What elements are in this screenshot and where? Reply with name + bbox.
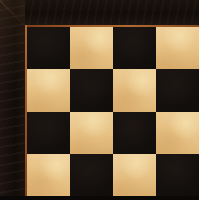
board-frame-top xyxy=(0,0,199,25)
board-square-r1c2-light xyxy=(70,27,113,69)
board-square-r1c1-dark xyxy=(27,27,70,69)
photo-bottom-edge xyxy=(0,196,199,200)
chessboard xyxy=(27,27,199,196)
board-square-r3c1-dark xyxy=(27,112,70,154)
board-square-r2c3-light xyxy=(113,69,156,111)
board-square-r2c2-dark xyxy=(70,69,113,111)
board-square-r3c4-light xyxy=(156,112,199,154)
board-frame-left xyxy=(0,0,25,200)
board-square-r3c3-dark xyxy=(113,112,156,154)
board-square-r4c4-dark xyxy=(156,154,199,196)
inlay-line-vertical xyxy=(25,25,27,200)
board-square-r2c1-light xyxy=(27,69,70,111)
board-square-r1c3-dark xyxy=(113,27,156,69)
board-square-r4c3-light xyxy=(113,154,156,196)
board-square-r2c4-dark xyxy=(156,69,199,111)
board-square-r3c2-light xyxy=(70,112,113,154)
board-square-r1c4-light xyxy=(156,27,199,69)
board-square-r4c2-dark xyxy=(70,154,113,196)
chessboard-photo xyxy=(0,0,199,200)
board-square-r4c1-light xyxy=(27,154,70,196)
inlay-line-horizontal xyxy=(25,25,199,27)
